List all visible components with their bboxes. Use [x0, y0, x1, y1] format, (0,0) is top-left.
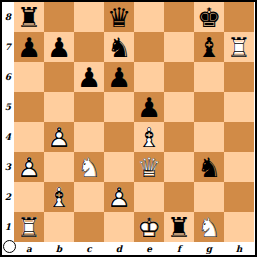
chess-board: ♜♛♚♟♟♞♝♜♖♟♟♟♟♙♝♗♟♙♞♘♛♕♞♝♗♟♙♜♖♚♔♜♞♘ [14, 2, 254, 242]
rank-label-7: 7 [2, 32, 14, 62]
rank-label-5: 5 [2, 92, 14, 122]
square-a4[interactable] [14, 122, 44, 152]
square-a5[interactable] [14, 92, 44, 122]
square-e2[interactable] [134, 182, 164, 212]
white-piece-outline: ♕ [134, 152, 164, 182]
rank-label-6: 6 [2, 62, 14, 92]
square-c4[interactable] [74, 122, 104, 152]
black-piece-glyph: ♛ [104, 2, 134, 32]
square-d3[interactable] [104, 152, 134, 182]
white-piece-outline: ♙ [44, 122, 74, 152]
black-piece-glyph: ♝ [194, 32, 224, 62]
black-piece-glyph: ♟ [134, 92, 164, 122]
rank-labels: 8 7 6 5 4 3 2 1 [2, 2, 14, 242]
white-piece-outline: ♖ [224, 32, 254, 62]
white-king-e1: ♚♔ [134, 212, 164, 242]
square-f8[interactable] [164, 2, 194, 32]
white-knight-g1: ♞♘ [194, 212, 224, 242]
white-to-move-icon [3, 240, 16, 253]
black-piece-glyph: ♟ [44, 32, 74, 62]
black-pawn-a7: ♟ [14, 32, 44, 62]
black-bishop-g7: ♝ [194, 32, 224, 62]
white-piece-outline: ♖ [14, 212, 44, 242]
black-king-g8: ♚ [194, 2, 224, 32]
white-piece-outline: ♔ [134, 212, 164, 242]
white-piece-outline: ♗ [44, 182, 74, 212]
white-piece-outline: ♙ [14, 152, 44, 182]
square-b3[interactable] [44, 152, 74, 182]
square-g4[interactable] [194, 122, 224, 152]
square-d5[interactable] [104, 92, 134, 122]
white-piece-outline: ♘ [194, 212, 224, 242]
square-h4[interactable] [224, 122, 254, 152]
white-pawn-d2: ♟♙ [104, 182, 134, 212]
black-piece-glyph: ♜ [14, 2, 44, 32]
square-e7[interactable] [134, 32, 164, 62]
black-pawn-e5: ♟ [134, 92, 164, 122]
file-label-e: e [134, 242, 164, 255]
square-d1[interactable] [104, 212, 134, 242]
square-d4[interactable] [104, 122, 134, 152]
file-label-c: c [74, 242, 104, 255]
square-a7[interactable]: ♟ [14, 32, 44, 62]
square-d2[interactable]: ♟♙ [104, 182, 134, 212]
square-h2[interactable] [224, 182, 254, 212]
white-piece-outline: ♗ [134, 122, 164, 152]
square-b2[interactable]: ♝♗ [44, 182, 74, 212]
square-h6[interactable] [224, 62, 254, 92]
square-f3[interactable] [164, 152, 194, 182]
chess-diagram: 8 7 6 5 4 3 2 1 ♜♛♚♟♟♞♝♜♖♟♟♟♟♙♝♗♟♙♞♘♛♕♞♝… [0, 0, 257, 257]
square-b8[interactable] [44, 2, 74, 32]
square-f2[interactable] [164, 182, 194, 212]
square-e4[interactable]: ♝♗ [134, 122, 164, 152]
white-pawn-b4: ♟♙ [44, 122, 74, 152]
square-g5[interactable] [194, 92, 224, 122]
rank-label-1: 1 [2, 212, 14, 242]
white-bishop-b2: ♝♗ [44, 182, 74, 212]
black-pawn-b7: ♟ [44, 32, 74, 62]
square-g6[interactable] [194, 62, 224, 92]
square-d8[interactable]: ♛ [104, 2, 134, 32]
square-g7[interactable]: ♝ [194, 32, 224, 62]
file-labels: a b c d e f g h [14, 242, 254, 255]
square-a1[interactable]: ♜♖ [14, 212, 44, 242]
white-bishop-e4: ♝♗ [134, 122, 164, 152]
square-a8[interactable]: ♜ [14, 2, 44, 32]
black-piece-glyph: ♟ [104, 62, 134, 92]
file-label-f: f [164, 242, 194, 255]
black-piece-glyph: ♚ [194, 2, 224, 32]
file-label-h: h [224, 242, 254, 255]
square-a3[interactable]: ♟♙ [14, 152, 44, 182]
square-e5[interactable]: ♟ [134, 92, 164, 122]
square-e6[interactable] [134, 62, 164, 92]
square-h3[interactable] [224, 152, 254, 182]
square-b6[interactable] [44, 62, 74, 92]
black-piece-glyph: ♟ [14, 32, 44, 62]
rank-label-8: 8 [2, 2, 14, 32]
square-b4[interactable]: ♟♙ [44, 122, 74, 152]
square-g1[interactable]: ♞♘ [194, 212, 224, 242]
black-rook-a8: ♜ [14, 2, 44, 32]
white-rook-h7: ♜♖ [224, 32, 254, 62]
square-f7[interactable] [164, 32, 194, 62]
black-knight-d7: ♞ [104, 32, 134, 62]
square-a2[interactable] [14, 182, 44, 212]
file-label-g: g [194, 242, 224, 255]
square-c1[interactable] [74, 212, 104, 242]
square-h1[interactable] [224, 212, 254, 242]
black-pawn-c6: ♟ [74, 62, 104, 92]
square-b5[interactable] [44, 92, 74, 122]
white-pawn-a3: ♟♙ [14, 152, 44, 182]
square-a6[interactable] [14, 62, 44, 92]
rank-label-4: 4 [2, 122, 14, 152]
white-knight-c3: ♞♘ [74, 152, 104, 182]
square-h5[interactable] [224, 92, 254, 122]
square-e8[interactable] [134, 2, 164, 32]
square-e1[interactable]: ♚♔ [134, 212, 164, 242]
square-c5[interactable] [74, 92, 104, 122]
square-c2[interactable] [74, 182, 104, 212]
black-piece-glyph: ♞ [104, 32, 134, 62]
square-e3[interactable]: ♛♕ [134, 152, 164, 182]
file-label-b: b [44, 242, 74, 255]
square-c8[interactable] [74, 2, 104, 32]
rank-label-2: 2 [2, 182, 14, 212]
square-b7[interactable]: ♟ [44, 32, 74, 62]
square-c6[interactable]: ♟ [74, 62, 104, 92]
square-c3[interactable]: ♞♘ [74, 152, 104, 182]
square-f6[interactable] [164, 62, 194, 92]
square-g3[interactable]: ♞ [194, 152, 224, 182]
white-queen-e3: ♛♕ [134, 152, 164, 182]
square-d7[interactable]: ♞ [104, 32, 134, 62]
white-rook-a1: ♜♖ [14, 212, 44, 242]
black-knight-g3: ♞ [194, 152, 224, 182]
white-piece-outline: ♙ [104, 182, 134, 212]
square-f5[interactable] [164, 92, 194, 122]
black-piece-glyph: ♟ [74, 62, 104, 92]
square-h7[interactable]: ♜♖ [224, 32, 254, 62]
white-piece-outline: ♘ [74, 152, 104, 182]
square-f4[interactable] [164, 122, 194, 152]
square-g2[interactable] [194, 182, 224, 212]
file-label-d: d [104, 242, 134, 255]
file-label-a: a [14, 242, 44, 255]
black-piece-glyph: ♞ [194, 152, 224, 182]
black-rook-f1: ♜ [164, 212, 194, 242]
square-g8[interactable]: ♚ [194, 2, 224, 32]
black-pawn-d6: ♟ [104, 62, 134, 92]
black-piece-glyph: ♜ [164, 212, 194, 242]
square-d6[interactable]: ♟ [104, 62, 134, 92]
rank-label-3: 3 [2, 152, 14, 182]
square-c7[interactable] [74, 32, 104, 62]
square-h8[interactable] [224, 2, 254, 32]
square-f1[interactable]: ♜ [164, 212, 194, 242]
square-b1[interactable] [44, 212, 74, 242]
black-queen-d8: ♛ [104, 2, 134, 32]
